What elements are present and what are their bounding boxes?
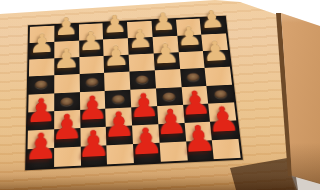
board-square[interactable]: ♟ [128,37,154,55]
board-square[interactable] [129,54,155,72]
board-square[interactable]: ♟ [151,20,177,37]
peg-hole [214,89,227,98]
board-square[interactable]: ♟ [153,52,179,70]
peg-hole [187,73,200,81]
board-square[interactable]: ♟ [133,143,161,163]
wooden-peg[interactable]: ♟ [201,38,231,65]
peg-hole [112,94,125,103]
board-square[interactable]: ♟ [203,50,230,68]
board-square[interactable]: ♟ [79,40,104,58]
photo-scene: ♟♟♟♟♟♟♟♟♟♟♟♟♟♟♟♟♟♟♟♟♟♟♟♟ [0,0,320,190]
board-square[interactable] [29,59,54,77]
board-square[interactable] [79,56,104,74]
board-square[interactable] [104,72,130,91]
wooden-peg[interactable]: ♟ [29,31,55,57]
wooden-peg[interactable]: ♟ [54,15,79,39]
peg-hole [61,97,73,106]
board-square[interactable]: ♟ [54,57,79,75]
board-square[interactable] [178,51,205,69]
board-square[interactable]: ♟ [80,145,107,165]
wooden-peg[interactable]: ♟ [53,45,80,72]
red-peg[interactable]: ♟ [128,124,164,160]
red-peg[interactable]: ♟ [180,121,217,157]
checkers-board: ♟♟♟♟♟♟♟♟♟♟♟♟♟♟♟♟♟♟♟♟♟♟♟♟ [25,16,243,171]
board-square[interactable]: ♟ [177,35,203,53]
board-square[interactable]: ♟ [104,55,130,73]
red-peg[interactable]: ♟ [23,129,57,165]
board-square[interactable] [54,74,79,93]
board-square[interactable]: ♟ [27,148,54,168]
board-square[interactable]: ♟ [54,24,79,41]
wooden-peg[interactable]: ♟ [78,29,104,54]
board-square[interactable] [205,67,232,86]
peg-hole [163,92,176,101]
peg-hole [86,78,98,86]
board-square[interactable]: ♟ [186,140,214,160]
peg-hole [35,81,47,89]
board-square[interactable] [212,139,241,159]
wooden-peg[interactable]: ♟ [127,26,154,51]
wooden-peg[interactable]: ♟ [199,8,226,32]
red-peg[interactable]: ♟ [76,126,111,162]
wooden-peg[interactable]: ♟ [102,12,127,36]
wooden-peg[interactable]: ♟ [151,10,177,34]
wooden-peg[interactable]: ♟ [175,24,203,49]
board-square[interactable]: ♟ [103,22,128,39]
wooden-peg[interactable]: ♟ [102,43,130,70]
board-square[interactable]: ♟ [200,17,226,34]
wooden-peg[interactable]: ♟ [152,40,181,67]
board-square[interactable] [155,69,182,88]
peg-hole [136,76,149,84]
board-square[interactable]: ♟ [29,42,54,60]
